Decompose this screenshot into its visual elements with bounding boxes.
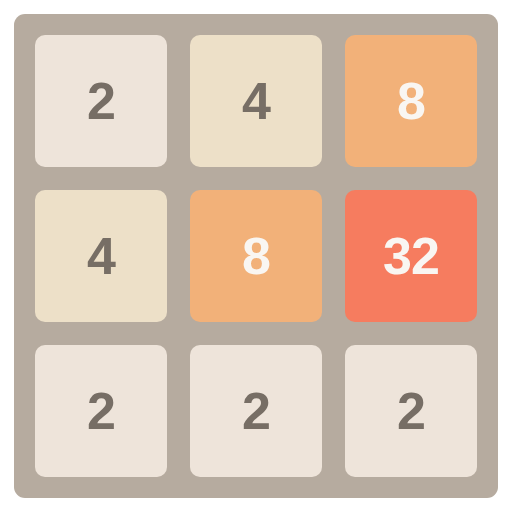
tile-r1c3: 8	[345, 35, 477, 167]
tile-r3c2: 2	[190, 345, 322, 477]
page-background: { "game": "2048", "board_size": "3x3", "…	[0, 0, 512, 512]
tile-r1c1: 2	[35, 35, 167, 167]
tile-r2c3: 32	[345, 190, 477, 322]
tile-r3c3: 2	[345, 345, 477, 477]
game-board[interactable]: 2484832222	[14, 14, 498, 498]
board-grid: 2484832222	[35, 35, 477, 477]
tile-r2c2: 8	[190, 190, 322, 322]
tile-r2c1: 4	[35, 190, 167, 322]
tile-r3c1: 2	[35, 345, 167, 477]
tile-r1c2: 4	[190, 35, 322, 167]
